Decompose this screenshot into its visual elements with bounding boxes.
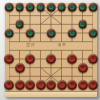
piece-red-soldier[interactable]: 兵 [88, 54, 98, 64]
piece-character: 帥 [48, 82, 54, 88]
piece-character: 將 [48, 4, 53, 9]
piece-black-chariot[interactable]: 車 [5, 3, 14, 12]
photo-background: 楚河 漢界 車馬象士將士象馬車砲砲卒卒卒卒卒兵兵兵兵兵炮炮車馬相仕帥仕相馬車 [0, 0, 100, 100]
piece-red-soldier[interactable]: 兵 [4, 54, 14, 64]
piece-character: 炮 [17, 65, 23, 71]
piece-red-general[interactable]: 帥 [46, 80, 56, 90]
piece-character: 砲 [17, 22, 22, 27]
piece-black-soldier[interactable]: 卒 [5, 29, 14, 38]
piece-black-soldier[interactable]: 卒 [26, 29, 35, 38]
piece-character: 馬 [17, 4, 22, 9]
piece-character: 士 [38, 4, 43, 9]
piece-character: 馬 [17, 82, 23, 88]
piece-black-soldier[interactable]: 卒 [47, 29, 56, 38]
piece-character: 仕 [59, 82, 65, 88]
piece-black-cannon[interactable]: 砲 [15, 20, 24, 29]
piece-character: 仕 [38, 82, 44, 88]
board-grid-area: 楚河 漢界 車馬象士將士象馬車砲砲卒卒卒卒卒兵兵兵兵兵炮炮車馬相仕帥仕相馬車 [9, 7, 93, 85]
piece-character: 兵 [69, 56, 75, 62]
board-surface[interactable]: 楚河 漢界 車馬象士將士象馬車砲砲卒卒卒卒卒兵兵兵兵兵炮炮車馬相仕帥仕相馬車 [5, 3, 98, 91]
piece-red-cannon[interactable]: 炮 [15, 63, 25, 73]
pieces-layer: 車馬象士將士象馬車砲砲卒卒卒卒卒兵兵兵兵兵炮炮車馬相仕帥仕相馬車 [9, 7, 93, 85]
piece-character: 炮 [80, 65, 86, 71]
piece-character: 兵 [48, 56, 54, 62]
piece-character: 相 [69, 82, 75, 88]
piece-character: 車 [6, 4, 11, 9]
piece-black-cannon[interactable]: 砲 [78, 20, 87, 29]
piece-character: 兵 [27, 56, 33, 62]
piece-character: 士 [59, 4, 64, 9]
piece-character: 象 [27, 4, 32, 9]
piece-character: 兵 [90, 56, 96, 62]
piece-black-chariot[interactable]: 車 [89, 3, 98, 12]
piece-red-advisor[interactable]: 仕 [57, 80, 67, 90]
piece-character: 車 [90, 82, 96, 88]
piece-black-elephant[interactable]: 象 [26, 3, 35, 12]
piece-red-advisor[interactable]: 仕 [36, 80, 46, 90]
piece-black-advisor[interactable]: 士 [57, 3, 66, 12]
piece-character: 象 [69, 4, 74, 9]
piece-red-chariot[interactable]: 車 [4, 80, 14, 90]
piece-character: 車 [6, 82, 12, 88]
piece-black-horse[interactable]: 馬 [78, 3, 87, 12]
piece-black-soldier[interactable]: 卒 [89, 29, 98, 38]
piece-character: 相 [27, 82, 33, 88]
piece-black-advisor[interactable]: 士 [36, 3, 45, 12]
piece-black-soldier[interactable]: 卒 [68, 29, 77, 38]
piece-character: 卒 [69, 30, 74, 35]
piece-red-horse[interactable]: 馬 [15, 80, 25, 90]
piece-red-soldier[interactable]: 兵 [67, 54, 77, 64]
piece-character: 卒 [48, 30, 53, 35]
piece-character: 砲 [80, 22, 85, 27]
piece-character: 馬 [80, 4, 85, 9]
piece-red-elephant[interactable]: 相 [25, 80, 35, 90]
piece-black-horse[interactable]: 馬 [15, 3, 24, 12]
piece-character: 卒 [27, 30, 32, 35]
piece-red-soldier[interactable]: 兵 [46, 54, 56, 64]
piece-character: 馬 [80, 82, 86, 88]
piece-black-elephant[interactable]: 象 [68, 3, 77, 12]
piece-character: 卒 [90, 30, 95, 35]
piece-character: 卒 [6, 30, 11, 35]
piece-black-general[interactable]: 將 [47, 3, 56, 12]
piece-red-horse[interactable]: 馬 [78, 80, 88, 90]
piece-red-soldier[interactable]: 兵 [25, 54, 35, 64]
piece-red-cannon[interactable]: 炮 [78, 63, 88, 73]
piece-character: 車 [90, 4, 95, 9]
xiangqi-board[interactable]: 楚河 漢界 車馬象士將士象馬車砲砲卒卒卒卒卒兵兵兵兵兵炮炮車馬相仕帥仕相馬車 [5, 3, 97, 96]
board-front-edge [5, 91, 97, 97]
piece-red-elephant[interactable]: 相 [67, 80, 77, 90]
piece-red-chariot[interactable]: 車 [88, 80, 98, 90]
piece-character: 兵 [6, 56, 12, 62]
